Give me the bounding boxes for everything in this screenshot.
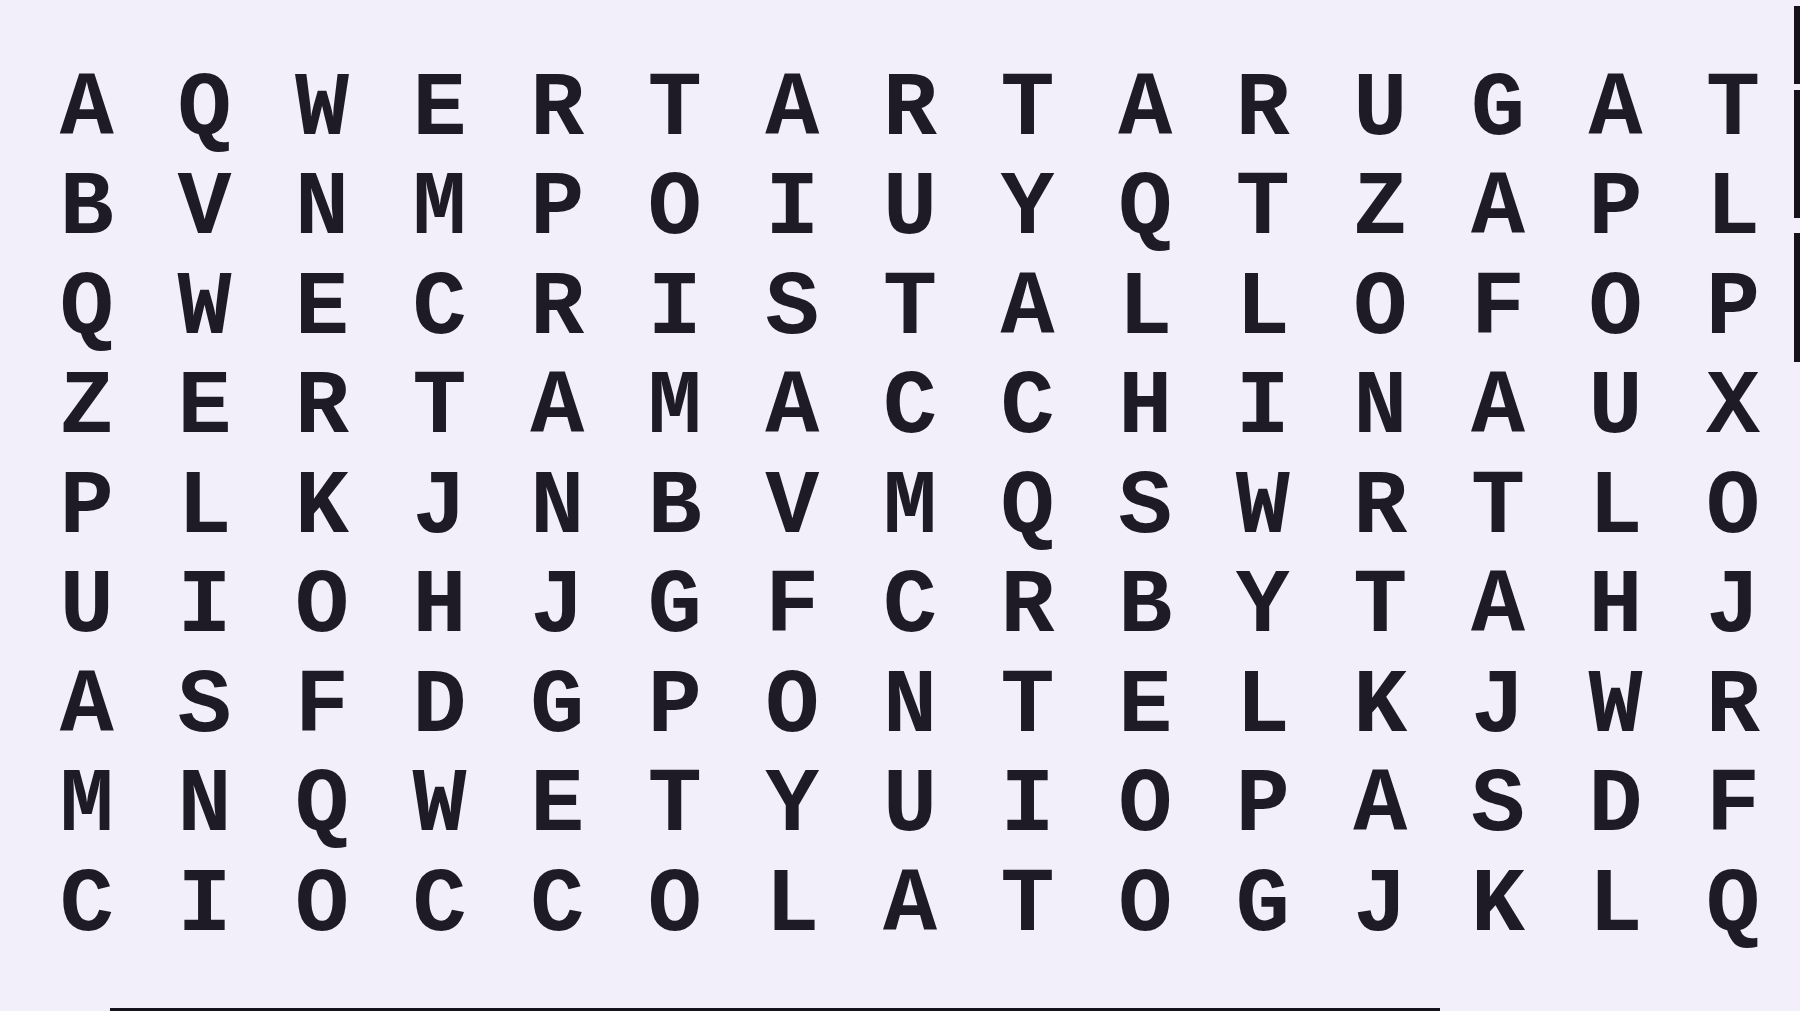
grid-cell[interactable]: O	[1674, 458, 1792, 558]
grid-cell[interactable]: A	[1086, 60, 1204, 160]
grid-cell[interactable]: P	[1204, 757, 1322, 857]
grid-cell[interactable]: T	[1439, 458, 1557, 558]
grid-cell[interactable]: P	[28, 458, 146, 558]
grid-cell[interactable]: L	[1204, 657, 1322, 757]
grid-cell[interactable]: J	[1439, 657, 1557, 757]
grid-cell[interactable]: D	[1557, 757, 1675, 857]
grid-cell[interactable]: I	[616, 259, 734, 359]
grid-cell[interactable]: F	[1439, 259, 1557, 359]
grid-cell[interactable]: P	[616, 657, 734, 757]
grid-cell[interactable]: A	[1439, 359, 1557, 459]
grid-cell[interactable]: O	[263, 558, 381, 658]
grid-cell[interactable]: J	[498, 558, 616, 658]
grid-cell[interactable]: O	[734, 657, 852, 757]
grid-cell[interactable]: B	[28, 160, 146, 260]
grid-cell[interactable]: I	[146, 856, 264, 956]
grid-cell[interactable]: V	[734, 458, 852, 558]
grid-cell[interactable]: A	[1322, 757, 1440, 857]
grid-cell[interactable]: R	[851, 60, 969, 160]
grid-cell[interactable]: C	[381, 259, 499, 359]
grid-cell[interactable]: Q	[969, 458, 1087, 558]
grid-cell[interactable]: T	[1322, 558, 1440, 658]
grid-cell[interactable]: V	[146, 160, 264, 260]
grid-cell[interactable]: T	[969, 657, 1087, 757]
grid-cell[interactable]: K	[263, 458, 381, 558]
grid-cell[interactable]: L	[1674, 160, 1792, 260]
grid-cell[interactable]: L	[1204, 259, 1322, 359]
grid-cell[interactable]: C	[851, 359, 969, 459]
grid-cell[interactable]: I	[146, 558, 264, 658]
clipped-right-edge-element	[1794, 90, 1800, 218]
grid-cell[interactable]: C	[381, 856, 499, 956]
grid-cell[interactable]: G	[616, 558, 734, 658]
grid-cell[interactable]: R	[498, 259, 616, 359]
grid-cell[interactable]: C	[28, 856, 146, 956]
grid-cell[interactable]: W	[1557, 657, 1675, 757]
grid-cell[interactable]: O	[263, 856, 381, 956]
grid-cell[interactable]: R	[1322, 458, 1440, 558]
grid-cell[interactable]: E	[263, 259, 381, 359]
grid-cell[interactable]: S	[1439, 757, 1557, 857]
grid-cell[interactable]: T	[1204, 160, 1322, 260]
grid-cell[interactable]: W	[381, 757, 499, 857]
grid-cell[interactable]: O	[616, 856, 734, 956]
grid-cell[interactable]: U	[1557, 359, 1675, 459]
grid-cell[interactable]: T	[381, 359, 499, 459]
grid-cell[interactable]: B	[616, 458, 734, 558]
grid-cell[interactable]: F	[734, 558, 852, 658]
grid-cell[interactable]: S	[1086, 458, 1204, 558]
grid-cell[interactable]: Z	[1322, 160, 1440, 260]
grid-cell[interactable]: G	[1439, 60, 1557, 160]
grid-cell[interactable]: O	[616, 160, 734, 260]
grid-cell[interactable]: A	[1439, 160, 1557, 260]
clipped-right-edge-element	[1794, 6, 1800, 84]
grid-cell[interactable]: G	[498, 657, 616, 757]
grid-cell[interactable]: P	[498, 160, 616, 260]
grid-cell[interactable]: A	[851, 856, 969, 956]
grid-cell[interactable]: Q	[1674, 856, 1792, 956]
grid-cell[interactable]: I	[969, 757, 1087, 857]
grid-cell[interactable]: E	[498, 757, 616, 857]
grid-cell[interactable]: M	[616, 359, 734, 459]
grid-cell[interactable]: S	[146, 657, 264, 757]
grid-cell[interactable]: M	[28, 757, 146, 857]
grid-cell[interactable]: N	[1322, 359, 1440, 459]
grid-cell[interactable]: K	[1439, 856, 1557, 956]
grid-cell[interactable]: R	[1204, 60, 1322, 160]
grid-cell[interactable]: W	[1204, 458, 1322, 558]
grid-cell[interactable]: T	[969, 856, 1087, 956]
grid-cell[interactable]: U	[851, 160, 969, 260]
grid-cell[interactable]: T	[616, 757, 734, 857]
grid-cell[interactable]: A	[969, 259, 1087, 359]
grid-cell[interactable]: Q	[146, 60, 264, 160]
grid-cell[interactable]: D	[381, 657, 499, 757]
grid-cell[interactable]: U	[1322, 60, 1440, 160]
grid-cell[interactable]: O	[1557, 259, 1675, 359]
grid-cell[interactable]: Y	[969, 160, 1087, 260]
grid-cell[interactable]: W	[263, 60, 381, 160]
grid-cell[interactable]: Y	[1204, 558, 1322, 658]
grid-cell[interactable]: W	[146, 259, 264, 359]
clipped-right-edge-element	[1794, 233, 1800, 362]
grid-cell[interactable]: P	[1557, 160, 1675, 260]
grid-cell[interactable]: Q	[28, 259, 146, 359]
grid-cell[interactable]: S	[734, 259, 852, 359]
grid-cell[interactable]: A	[734, 359, 852, 459]
grid-cell[interactable]: M	[851, 458, 969, 558]
grid-cell[interactable]: T	[969, 60, 1087, 160]
grid-cell[interactable]: O	[1086, 757, 1204, 857]
grid-cell[interactable]: Q	[263, 757, 381, 857]
grid-cell[interactable]: L	[734, 856, 852, 956]
grid-cell[interactable]: H	[1086, 359, 1204, 459]
grid-cell[interactable]: C	[851, 558, 969, 658]
grid-cell[interactable]: Y	[734, 757, 852, 857]
grid-cell[interactable]: M	[381, 160, 499, 260]
grid-cell[interactable]: O	[1322, 259, 1440, 359]
grid-cell[interactable]: A	[1439, 558, 1557, 658]
grid-cell[interactable]: R	[263, 359, 381, 459]
grid-cell[interactable]: T	[1674, 60, 1792, 160]
word-search-grid: AQWERTARTARUGATBVNMPOIUYQTZAPLQWECRISTAL…	[28, 60, 1792, 956]
grid-cell[interactable]: I	[1204, 359, 1322, 459]
grid-cell[interactable]: L	[146, 458, 264, 558]
word-search-screen: AQWERTARTARUGATBVNMPOIUYQTZAPLQWECRISTAL…	[0, 0, 1800, 1011]
grid-cell[interactable]: A	[28, 657, 146, 757]
grid-cell[interactable]: J	[1674, 558, 1792, 658]
grid-cell[interactable]: R	[1674, 657, 1792, 757]
grid-cell[interactable]: U	[851, 757, 969, 857]
grid-cell[interactable]: H	[381, 558, 499, 658]
grid-cell[interactable]: A	[1557, 60, 1675, 160]
grid-cell[interactable]: N	[498, 458, 616, 558]
grid-cell[interactable]: R	[969, 558, 1087, 658]
grid-cell[interactable]: A	[28, 60, 146, 160]
grid-cell[interactable]: F	[263, 657, 381, 757]
grid-cell[interactable]: N	[263, 160, 381, 260]
grid-cell[interactable]: T	[851, 259, 969, 359]
grid-cell[interactable]: E	[146, 359, 264, 459]
grid-cell[interactable]: E	[1086, 657, 1204, 757]
grid-cell[interactable]: A	[734, 60, 852, 160]
grid-cell[interactable]: L	[1557, 458, 1675, 558]
grid-cell[interactable]: I	[734, 160, 852, 260]
grid-cell[interactable]: F	[1674, 757, 1792, 857]
grid-cell[interactable]: Q	[1086, 160, 1204, 260]
grid-cell[interactable]: T	[616, 60, 734, 160]
grid-cell[interactable]: C	[969, 359, 1087, 459]
grid-cell[interactable]: J	[381, 458, 499, 558]
grid-cell[interactable]: E	[381, 60, 499, 160]
grid-cell[interactable]: X	[1674, 359, 1792, 459]
grid-cell[interactable]: H	[1557, 558, 1675, 658]
grid-cell[interactable]: U	[28, 558, 146, 658]
grid-cell[interactable]: L	[1086, 259, 1204, 359]
grid-cell[interactable]: J	[1322, 856, 1440, 956]
grid-cell[interactable]: P	[1674, 259, 1792, 359]
grid-cell[interactable]: Z	[28, 359, 146, 459]
grid-cell[interactable]: B	[1086, 558, 1204, 658]
grid-cell[interactable]: O	[1086, 856, 1204, 956]
grid-cell[interactable]: N	[851, 657, 969, 757]
grid-cell[interactable]: R	[498, 60, 616, 160]
grid-cell[interactable]: K	[1322, 657, 1440, 757]
grid-cell[interactable]: C	[498, 856, 616, 956]
grid-cell[interactable]: A	[498, 359, 616, 459]
grid-cell[interactable]: N	[146, 757, 264, 857]
grid-cell[interactable]: G	[1204, 856, 1322, 956]
grid-cell[interactable]: L	[1557, 856, 1675, 956]
